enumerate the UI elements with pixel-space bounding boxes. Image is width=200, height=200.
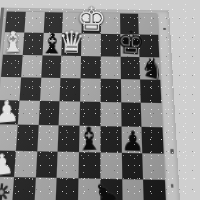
square-r6c7	[121, 127, 142, 153]
square-r3c4	[61, 55, 81, 78]
square-r8c4	[56, 178, 79, 200]
square-r4c3	[39, 77, 60, 101]
frame-mark-icon	[171, 184, 174, 188]
square-r8c8	[143, 179, 166, 200]
square-r2c8	[139, 35, 159, 57]
square-r2c5	[81, 34, 101, 56]
square-r8c2	[12, 177, 36, 200]
square-r7c4	[57, 151, 79, 178]
square-r5c7	[121, 102, 142, 127]
square-r7c6	[100, 152, 122, 179]
square-r8c5	[78, 178, 100, 200]
frame-mark-icon	[163, 28, 166, 30]
square-r8c7	[122, 179, 144, 200]
square-r5c8	[141, 103, 162, 128]
square-r7c7	[121, 152, 143, 179]
square-r4c6	[100, 78, 120, 102]
square-r1c1	[5, 12, 26, 33]
square-r6c4	[58, 126, 80, 152]
square-r6c3	[37, 125, 59, 151]
square-r5c6	[100, 102, 121, 127]
square-r4c4	[60, 78, 81, 102]
square-r3c7	[120, 56, 140, 79]
square-r1c4	[62, 12, 82, 33]
square-r2c7	[120, 34, 140, 56]
square-r1c3	[43, 12, 63, 33]
square-r5c4	[59, 101, 80, 126]
chessboard-photo: ♚♝♝♛♚♞♟♝♟♟♟	[0, 0, 200, 200]
square-r6c8	[142, 127, 164, 153]
chess-board: ♚♝♝♛♚♞♟♝♟♟♟	[0, 12, 166, 200]
square-r7c8	[143, 153, 165, 180]
square-r2c6	[101, 34, 121, 56]
square-r1c5	[81, 13, 100, 34]
square-r6c5	[79, 126, 100, 152]
square-r6c6	[100, 126, 121, 152]
square-r4c1	[0, 77, 21, 101]
square-r3c1	[1, 54, 22, 77]
square-r3c6	[100, 56, 120, 79]
square-r4c2	[19, 77, 41, 101]
square-r4c8	[140, 79, 161, 103]
square-r7c5	[78, 151, 100, 178]
square-r5c1	[0, 100, 19, 125]
square-r2c4	[62, 33, 82, 55]
square-r3c8	[140, 57, 161, 80]
square-r4c5	[80, 78, 100, 102]
square-r3c3	[41, 55, 62, 78]
frame-mark-icon	[170, 149, 174, 154]
square-r2c2	[23, 33, 44, 55]
square-r2c1	[3, 32, 24, 54]
square-r1c7	[120, 13, 139, 34]
square-r7c2	[14, 150, 37, 177]
square-r5c2	[17, 100, 39, 125]
square-r5c5	[80, 102, 101, 127]
square-r8c3	[34, 177, 57, 200]
square-r2c3	[42, 33, 62, 55]
square-r1c6	[101, 13, 120, 34]
square-r1c2	[24, 12, 44, 33]
square-r1c8	[138, 14, 158, 35]
square-r6c1	[0, 124, 17, 150]
square-r4c7	[120, 79, 141, 103]
square-r6c2	[16, 125, 38, 151]
square-r8c6	[100, 178, 122, 200]
square-r3c5	[81, 56, 101, 79]
square-r3c2	[21, 54, 42, 77]
square-r5c3	[38, 101, 60, 126]
board-frame: ♚♝♝♛♚♞♟♝♟♟♟	[0, 8, 181, 200]
board-wrap: ♚♝♝♛♚♞♟♝♟♟♟	[0, 8, 181, 200]
square-r7c3	[35, 151, 58, 178]
